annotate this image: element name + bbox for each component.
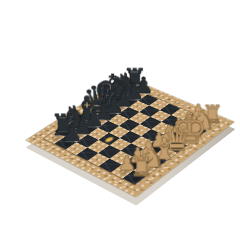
piece-black-pawn: ♟ bbox=[61, 123, 76, 145]
square-e5 bbox=[119, 119, 140, 131]
piece-coral-rook: ♜ bbox=[129, 155, 145, 179]
chess-board: ♜♞♝♛♚♝♞♜♟♟♟♟♟♟♟♟♟♟♟♟♟♟♟♟♜♞♝♛♚♝♞♜ bbox=[26, 76, 235, 197]
chess-set-product-photo[interactable]: ♜♞♝♛♚♝♞♜♟♟♟♟♟♟♟♟♟♟♟♟♟♟♟♟♜♞♝♛♚♝♞♜ bbox=[0, 0, 240, 240]
board-surface: ♜♞♝♛♚♝♞♜♟♟♟♟♟♟♟♟♟♟♟♟♟♟♟♟♜♞♝♛♚♝♞♜ bbox=[26, 76, 235, 197]
